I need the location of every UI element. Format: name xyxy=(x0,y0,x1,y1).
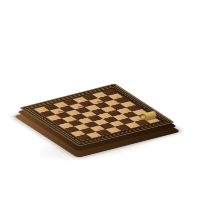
clasp-hook-icon xyxy=(140,114,147,120)
white-rook-glyph: ♜ xyxy=(69,120,99,139)
product-photo: ♜♞♝♛♚♝♞♜♟♟♟♟♟♟♟♟♟♟♟♟♟♟♟♟♜♞♝♛♚♝♞♜ xyxy=(0,0,200,200)
black-pawn-glyph: ♟ xyxy=(33,99,63,116)
